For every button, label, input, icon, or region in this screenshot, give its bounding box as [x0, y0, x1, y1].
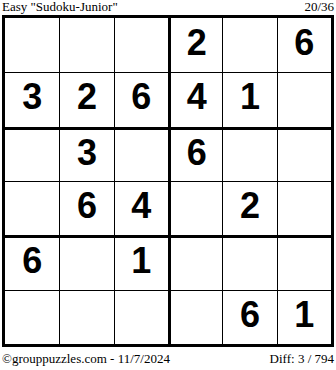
cell-r1c4[interactable]: 2 — [168, 18, 222, 72]
difficulty-label: Diff: 3 / 794 — [270, 351, 334, 366]
cell-r6c4[interactable] — [168, 290, 222, 344]
cell-r1c5[interactable] — [222, 18, 276, 72]
cell-r3c4[interactable]: 6 — [168, 127, 222, 181]
cell-r1c2[interactable] — [59, 18, 113, 72]
cell-r6c2[interactable] — [59, 290, 113, 344]
cell-r4c4[interactable] — [168, 181, 222, 235]
cell-r1c6[interactable]: 6 — [277, 18, 331, 72]
cell-r6c5[interactable]: 6 — [222, 290, 276, 344]
cell-r5c5[interactable] — [222, 235, 276, 289]
cell-r2c5[interactable]: 1 — [222, 72, 276, 126]
cell-r6c1[interactable] — [5, 290, 59, 344]
cell-r6c6[interactable]: 1 — [277, 290, 331, 344]
cell-r3c5[interactable] — [222, 127, 276, 181]
puzzle-counter: 20/36 — [304, 0, 334, 14]
cell-r5c1[interactable]: 6 — [5, 235, 59, 289]
page-title: Easy "Sudoku-Junior" — [2, 0, 118, 14]
cell-r1c3[interactable] — [114, 18, 168, 72]
cell-r5c3[interactable]: 1 — [114, 235, 168, 289]
cell-r3c6[interactable] — [277, 127, 331, 181]
footer: ©grouppuzzles.com - 11/7/2024 Diff: 3 / … — [2, 351, 334, 367]
sudoku-grid: 2632641366426161 — [2, 15, 334, 347]
cell-r4c6[interactable] — [277, 181, 331, 235]
cell-r2c2[interactable]: 2 — [59, 72, 113, 126]
cell-r2c4[interactable]: 4 — [168, 72, 222, 126]
cell-r1c1[interactable] — [5, 18, 59, 72]
cell-r4c1[interactable] — [5, 181, 59, 235]
cell-r5c4[interactable] — [168, 235, 222, 289]
cell-r3c3[interactable] — [114, 127, 168, 181]
cell-r4c3[interactable]: 4 — [114, 181, 168, 235]
cell-r4c2[interactable]: 6 — [59, 181, 113, 235]
cell-r5c6[interactable] — [277, 235, 331, 289]
copyright-credit: ©grouppuzzles.com - 11/7/2024 — [2, 351, 170, 366]
cell-r5c2[interactable] — [59, 235, 113, 289]
cell-r2c3[interactable]: 6 — [114, 72, 168, 126]
cell-r2c1[interactable]: 3 — [5, 72, 59, 126]
cell-r6c3[interactable] — [114, 290, 168, 344]
cell-r3c1[interactable] — [5, 127, 59, 181]
header: Easy "Sudoku-Junior" 20/36 — [2, 0, 334, 14]
cell-r2c6[interactable] — [277, 72, 331, 126]
cell-r4c5[interactable]: 2 — [222, 181, 276, 235]
cell-r3c2[interactable]: 3 — [59, 127, 113, 181]
